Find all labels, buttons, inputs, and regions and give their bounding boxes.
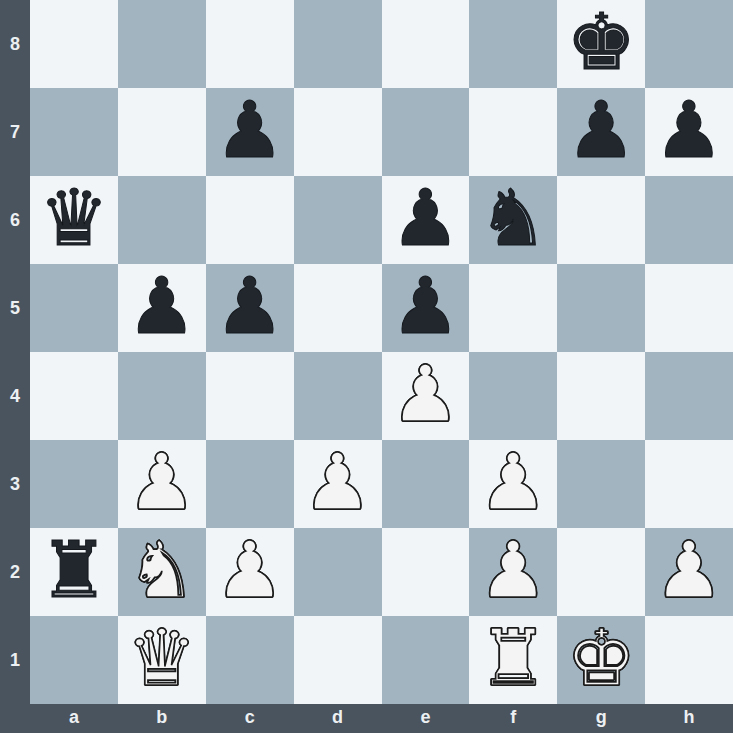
square-h4[interactable] xyxy=(645,352,733,440)
rank-label-8: 8 xyxy=(0,0,30,88)
square-b1[interactable]: ♛ xyxy=(118,616,206,704)
piece-black-king[interactable]: ♚ xyxy=(566,0,636,86)
file-labels: abcdefgh xyxy=(30,704,733,733)
square-f3[interactable]: ♟ xyxy=(469,440,557,528)
square-a7[interactable] xyxy=(30,88,118,176)
square-c2[interactable]: ♟ xyxy=(206,528,294,616)
square-b3[interactable]: ♟ xyxy=(118,440,206,528)
square-c3[interactable] xyxy=(206,440,294,528)
square-a1[interactable] xyxy=(30,616,118,704)
square-d5[interactable] xyxy=(294,264,382,352)
piece-white-rook[interactable]: ♜ xyxy=(478,616,548,702)
square-e5[interactable]: ♟ xyxy=(382,264,470,352)
piece-black-pawn[interactable]: ♟ xyxy=(654,88,724,174)
square-f6[interactable]: ♞ xyxy=(469,176,557,264)
square-g1[interactable]: ♚ xyxy=(557,616,645,704)
square-a4[interactable] xyxy=(30,352,118,440)
piece-white-pawn[interactable]: ♟ xyxy=(478,528,548,614)
square-b8[interactable] xyxy=(118,0,206,88)
piece-black-pawn[interactable]: ♟ xyxy=(127,264,197,350)
square-c6[interactable] xyxy=(206,176,294,264)
square-h6[interactable] xyxy=(645,176,733,264)
square-g8[interactable]: ♚ xyxy=(557,0,645,88)
chess-board[interactable]: ♚♟♟♟♛♟♞♟♟♟♟♟♟♟♜♞♟♟♟♛♜♚ xyxy=(30,0,733,704)
square-e1[interactable] xyxy=(382,616,470,704)
square-b4[interactable] xyxy=(118,352,206,440)
square-c8[interactable] xyxy=(206,0,294,88)
file-label-f: f xyxy=(469,704,557,733)
square-a2[interactable]: ♜ xyxy=(30,528,118,616)
square-h5[interactable] xyxy=(645,264,733,352)
file-label-a: a xyxy=(30,704,118,733)
square-g2[interactable] xyxy=(557,528,645,616)
piece-black-pawn[interactable]: ♟ xyxy=(215,88,285,174)
square-a5[interactable] xyxy=(30,264,118,352)
square-e4[interactable]: ♟ xyxy=(382,352,470,440)
piece-black-knight[interactable]: ♞ xyxy=(478,176,548,262)
square-d6[interactable] xyxy=(294,176,382,264)
square-d8[interactable] xyxy=(294,0,382,88)
rank-label-2: 2 xyxy=(0,528,30,616)
square-b7[interactable] xyxy=(118,88,206,176)
piece-white-pawn[interactable]: ♟ xyxy=(215,528,285,614)
file-label-b: b xyxy=(118,704,206,733)
square-b5[interactable]: ♟ xyxy=(118,264,206,352)
piece-black-rook[interactable]: ♜ xyxy=(39,528,109,614)
piece-white-pawn[interactable]: ♟ xyxy=(303,440,373,526)
square-d3[interactable]: ♟ xyxy=(294,440,382,528)
square-e7[interactable] xyxy=(382,88,470,176)
file-label-h: h xyxy=(645,704,733,733)
square-h7[interactable]: ♟ xyxy=(645,88,733,176)
square-c1[interactable] xyxy=(206,616,294,704)
square-f2[interactable]: ♟ xyxy=(469,528,557,616)
square-g3[interactable] xyxy=(557,440,645,528)
square-g4[interactable] xyxy=(557,352,645,440)
rank-labels: 87654321 xyxy=(0,0,30,704)
square-d4[interactable] xyxy=(294,352,382,440)
file-label-e: e xyxy=(382,704,470,733)
square-a8[interactable] xyxy=(30,0,118,88)
square-f5[interactable] xyxy=(469,264,557,352)
rank-label-4: 4 xyxy=(0,352,30,440)
square-a6[interactable]: ♛ xyxy=(30,176,118,264)
piece-black-pawn[interactable]: ♟ xyxy=(390,264,460,350)
piece-white-pawn[interactable]: ♟ xyxy=(127,440,197,526)
piece-black-pawn[interactable]: ♟ xyxy=(215,264,285,350)
square-c5[interactable]: ♟ xyxy=(206,264,294,352)
piece-white-queen[interactable]: ♛ xyxy=(127,616,197,702)
square-f4[interactable] xyxy=(469,352,557,440)
square-d7[interactable] xyxy=(294,88,382,176)
square-h3[interactable] xyxy=(645,440,733,528)
square-c4[interactable] xyxy=(206,352,294,440)
square-g5[interactable] xyxy=(557,264,645,352)
square-d2[interactable] xyxy=(294,528,382,616)
file-label-d: d xyxy=(294,704,382,733)
square-g6[interactable] xyxy=(557,176,645,264)
square-e3[interactable] xyxy=(382,440,470,528)
square-f1[interactable]: ♜ xyxy=(469,616,557,704)
square-e6[interactable]: ♟ xyxy=(382,176,470,264)
piece-white-pawn[interactable]: ♟ xyxy=(390,352,460,438)
square-g7[interactable]: ♟ xyxy=(557,88,645,176)
square-d1[interactable] xyxy=(294,616,382,704)
piece-white-pawn[interactable]: ♟ xyxy=(478,440,548,526)
piece-black-queen[interactable]: ♛ xyxy=(39,176,109,262)
square-f8[interactable] xyxy=(469,0,557,88)
square-h2[interactable]: ♟ xyxy=(645,528,733,616)
piece-white-king[interactable]: ♚ xyxy=(566,616,636,702)
square-h8[interactable] xyxy=(645,0,733,88)
square-e2[interactable] xyxy=(382,528,470,616)
piece-white-knight[interactable]: ♞ xyxy=(127,528,197,614)
piece-black-pawn[interactable]: ♟ xyxy=(390,176,460,262)
square-c7[interactable]: ♟ xyxy=(206,88,294,176)
rank-label-3: 3 xyxy=(0,440,30,528)
rank-label-7: 7 xyxy=(0,88,30,176)
square-e8[interactable] xyxy=(382,0,470,88)
rank-label-5: 5 xyxy=(0,264,30,352)
square-a3[interactable] xyxy=(30,440,118,528)
square-h1[interactable] xyxy=(645,616,733,704)
file-label-c: c xyxy=(206,704,294,733)
rank-label-1: 1 xyxy=(0,616,30,704)
square-f7[interactable] xyxy=(469,88,557,176)
rank-label-6: 6 xyxy=(0,176,30,264)
file-label-g: g xyxy=(557,704,645,733)
square-b2[interactable]: ♞ xyxy=(118,528,206,616)
piece-white-pawn[interactable]: ♟ xyxy=(654,528,724,614)
piece-black-pawn[interactable]: ♟ xyxy=(566,88,636,174)
chess-diagram-frame: 87654321 ♚♟♟♟♛♟♞♟♟♟♟♟♟♟♜♞♟♟♟♛♜♚ abcdefgh xyxy=(0,0,733,733)
square-b6[interactable] xyxy=(118,176,206,264)
